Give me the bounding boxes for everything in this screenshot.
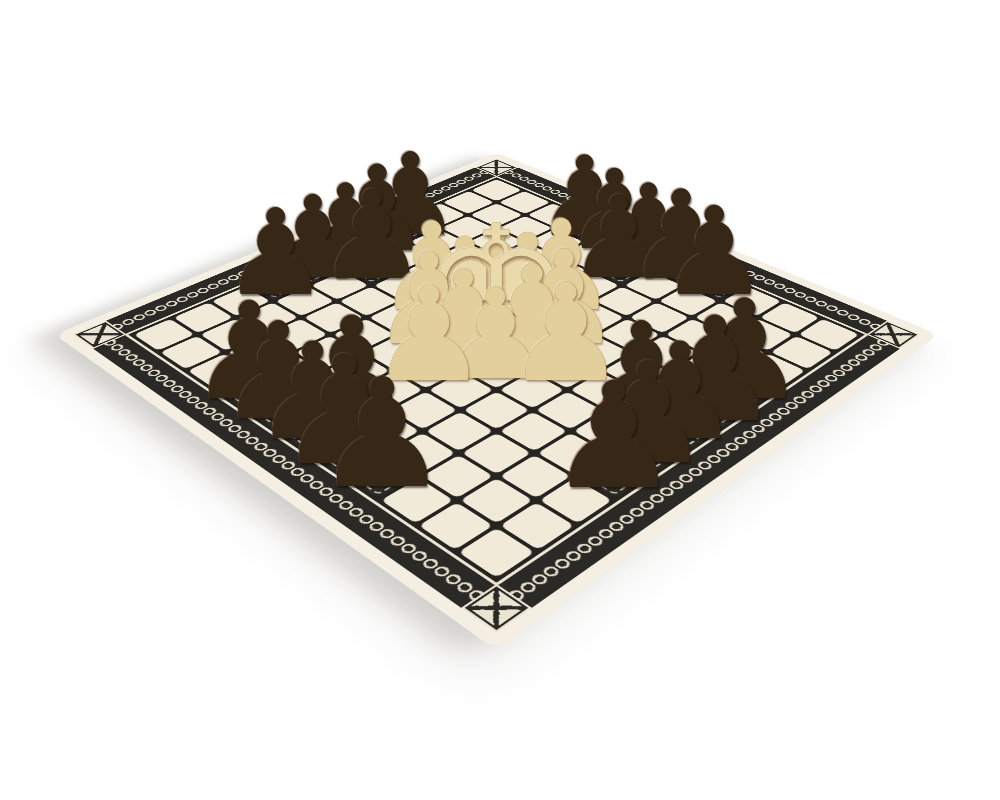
piece-layer: ♟♟♟♟♟♟♟♟♟♟♟♟♟♟♟♟♟♟♚♟♟♟♟♟♟♟♟♟♟♟♟♟♟♟♟♟♟ [0,0,1000,800]
attacker-piece[interactable]: ♟ [307,359,458,510]
photo-canvas: ♟♟♟♟♟♟♟♟♟♟♟♟♟♟♟♟♟♟♚♟♟♟♟♟♟♟♟♟♟♟♟♟♟♟♟♟♟ [0,0,1000,800]
attacker-piece[interactable]: ♟ [540,363,687,510]
